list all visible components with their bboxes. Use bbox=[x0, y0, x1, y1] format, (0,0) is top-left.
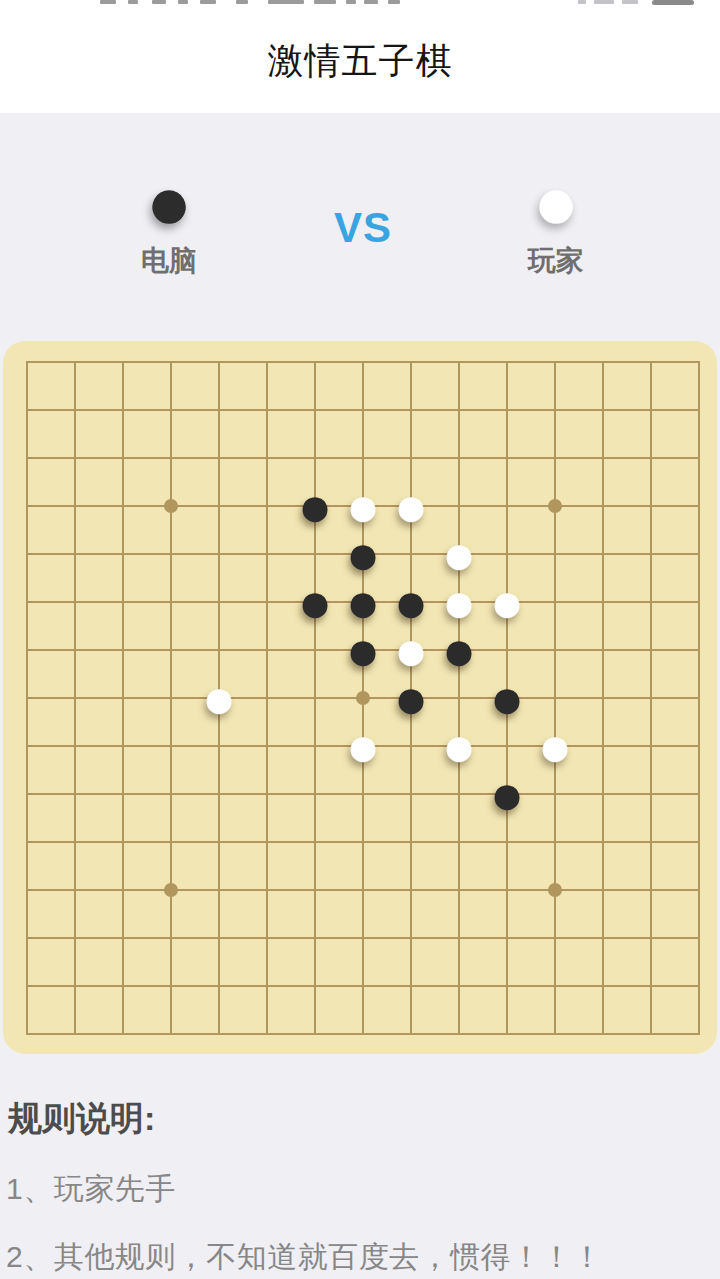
computer-label: 电脑 bbox=[141, 242, 197, 280]
player-label: 玩家 bbox=[528, 242, 584, 280]
rule-item-2: 2、其他规则，不知道就百度去，惯得！！！ bbox=[6, 1237, 714, 1278]
black-stone: ● bbox=[291, 482, 339, 530]
rules-section: 规则说明: 1、玩家先手 2、其他规则，不知道就百度去，惯得！！！ bbox=[6, 1096, 714, 1278]
battery-icon bbox=[652, 0, 694, 5]
star-point bbox=[548, 883, 562, 897]
status-text-fragment bbox=[152, 0, 166, 4]
page-title: 激情五子棋 bbox=[268, 37, 453, 86]
status-text-fragment bbox=[236, 0, 248, 4]
status-text-fragment bbox=[268, 0, 304, 4]
status-text-fragment bbox=[388, 0, 400, 4]
computer-black-stone-icon: ● bbox=[141, 174, 197, 230]
star-point bbox=[164, 883, 178, 897]
black-stone: ● bbox=[483, 770, 531, 818]
white-stone: ● bbox=[387, 482, 435, 530]
rules-heading: 规则说明: bbox=[8, 1096, 714, 1142]
vs-label: VS bbox=[334, 204, 392, 252]
white-stone: ● bbox=[195, 674, 243, 722]
white-stone: ● bbox=[483, 578, 531, 626]
star-point bbox=[356, 691, 370, 705]
black-stone: ● bbox=[483, 674, 531, 722]
status-icon-fragment bbox=[622, 0, 638, 4]
status-text-fragment bbox=[200, 0, 216, 4]
status-text-fragment bbox=[128, 0, 138, 4]
matchup-section: ● 电脑 VS ● 玩家 bbox=[0, 113, 720, 341]
status-bar-fragments bbox=[0, 0, 720, 6]
status-icon-fragment bbox=[594, 0, 614, 4]
status-text-fragment bbox=[314, 0, 336, 4]
star-point bbox=[548, 499, 562, 513]
status-text-fragment bbox=[346, 0, 356, 4]
white-stone: ● bbox=[435, 722, 483, 770]
status-text-fragment bbox=[364, 0, 378, 4]
header: 激情五子棋 bbox=[0, 0, 720, 113]
status-icon-fragment bbox=[578, 0, 586, 4]
star-point bbox=[164, 499, 178, 513]
player-white-stone-icon: ● bbox=[528, 174, 584, 230]
black-stone: ● bbox=[435, 626, 483, 674]
black-stone: ● bbox=[291, 578, 339, 626]
white-stone: ● bbox=[339, 722, 387, 770]
white-stone: ● bbox=[531, 722, 579, 770]
status-text-fragment bbox=[100, 0, 116, 4]
status-text-fragment bbox=[178, 0, 188, 4]
black-stone: ● bbox=[339, 626, 387, 674]
rule-item-1: 1、玩家先手 bbox=[6, 1169, 714, 1210]
black-stone: ● bbox=[387, 674, 435, 722]
board-panel[interactable]: ●●●●●●●●●●●●●●●●●●●● bbox=[3, 341, 717, 1054]
